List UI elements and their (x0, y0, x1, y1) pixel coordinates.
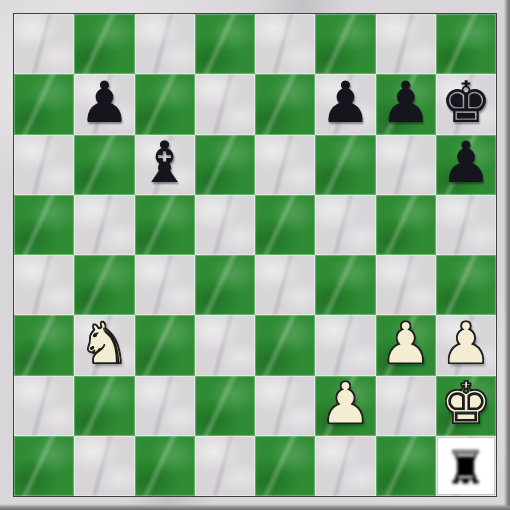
square-b3[interactable]: ♞ (74, 315, 134, 375)
square-g6[interactable] (376, 135, 436, 195)
square-h7[interactable]: ♚ (436, 74, 496, 134)
square-e1[interactable] (255, 436, 315, 496)
square-b8[interactable] (74, 14, 134, 74)
square-h2[interactable]: ♚ (436, 376, 496, 436)
square-f3[interactable] (315, 315, 375, 375)
square-f8[interactable] (315, 14, 375, 74)
square-d8[interactable] (195, 14, 255, 74)
chess-board: ♟♟♟♚♝♟♞♟♟♟♚♜ (13, 13, 497, 497)
frame-bevel-right (504, 0, 510, 510)
square-c8[interactable] (135, 14, 195, 74)
square-b4[interactable] (74, 255, 134, 315)
square-g1[interactable] (376, 436, 436, 496)
square-e8[interactable] (255, 14, 315, 74)
square-e7[interactable] (255, 74, 315, 134)
square-f7[interactable]: ♟ (315, 74, 375, 134)
square-a2[interactable] (14, 376, 74, 436)
square-g4[interactable] (376, 255, 436, 315)
square-c7[interactable] (135, 74, 195, 134)
square-g8[interactable] (376, 14, 436, 74)
white-king[interactable]: ♚ (440, 376, 491, 433)
frame-bevel-bottom (0, 504, 510, 510)
square-c4[interactable] (135, 255, 195, 315)
square-a5[interactable] (14, 195, 74, 255)
square-d7[interactable] (195, 74, 255, 134)
square-g3[interactable]: ♟ (376, 315, 436, 375)
black-pawn[interactable]: ♟ (440, 135, 491, 192)
square-g2[interactable] (376, 376, 436, 436)
square-b5[interactable] (74, 195, 134, 255)
square-a7[interactable] (14, 74, 74, 134)
square-b1[interactable] (74, 436, 134, 496)
square-b6[interactable] (74, 135, 134, 195)
square-c6[interactable]: ♝ (135, 135, 195, 195)
square-a4[interactable] (14, 255, 74, 315)
white-knight[interactable]: ♞ (79, 315, 130, 372)
animating-piece-tile: ♜ (438, 438, 494, 494)
square-a6[interactable] (14, 135, 74, 195)
square-c2[interactable] (135, 376, 195, 436)
square-d6[interactable] (195, 135, 255, 195)
square-b7[interactable]: ♟ (74, 74, 134, 134)
black-pawn[interactable]: ♟ (380, 74, 431, 131)
square-e3[interactable] (255, 315, 315, 375)
square-a3[interactable] (14, 315, 74, 375)
square-c5[interactable] (135, 195, 195, 255)
square-d5[interactable] (195, 195, 255, 255)
square-d2[interactable] (195, 376, 255, 436)
square-h8[interactable] (436, 14, 496, 74)
square-d4[interactable] (195, 255, 255, 315)
square-d1[interactable] (195, 436, 255, 496)
square-f5[interactable] (315, 195, 375, 255)
square-h1[interactable]: ♜ (436, 436, 496, 496)
square-e2[interactable] (255, 376, 315, 436)
square-e5[interactable] (255, 195, 315, 255)
square-g7[interactable]: ♟ (376, 74, 436, 134)
white-pawn[interactable]: ♟ (440, 315, 491, 372)
white-pawn[interactable]: ♟ (380, 315, 431, 372)
square-f4[interactable] (315, 255, 375, 315)
square-a8[interactable] (14, 14, 74, 74)
black-rook[interactable]: ♜ (445, 443, 486, 489)
square-h4[interactable] (436, 255, 496, 315)
square-d3[interactable] (195, 315, 255, 375)
square-b2[interactable] (74, 376, 134, 436)
white-pawn[interactable]: ♟ (320, 376, 371, 433)
square-f1[interactable] (315, 436, 375, 496)
square-h6[interactable]: ♟ (436, 135, 496, 195)
square-f6[interactable] (315, 135, 375, 195)
chess-app-window: ♟♟♟♚♝♟♞♟♟♟♚♜ (0, 0, 510, 510)
square-g5[interactable] (376, 195, 436, 255)
square-h3[interactable]: ♟ (436, 315, 496, 375)
black-pawn[interactable]: ♟ (320, 74, 371, 131)
square-c1[interactable] (135, 436, 195, 496)
square-a1[interactable] (14, 436, 74, 496)
square-h5[interactable] (436, 195, 496, 255)
square-e6[interactable] (255, 135, 315, 195)
square-e4[interactable] (255, 255, 315, 315)
black-bishop[interactable]: ♝ (139, 135, 190, 192)
black-king[interactable]: ♚ (440, 74, 491, 131)
square-c3[interactable] (135, 315, 195, 375)
square-f2[interactable]: ♟ (315, 376, 375, 436)
black-pawn[interactable]: ♟ (79, 74, 130, 131)
